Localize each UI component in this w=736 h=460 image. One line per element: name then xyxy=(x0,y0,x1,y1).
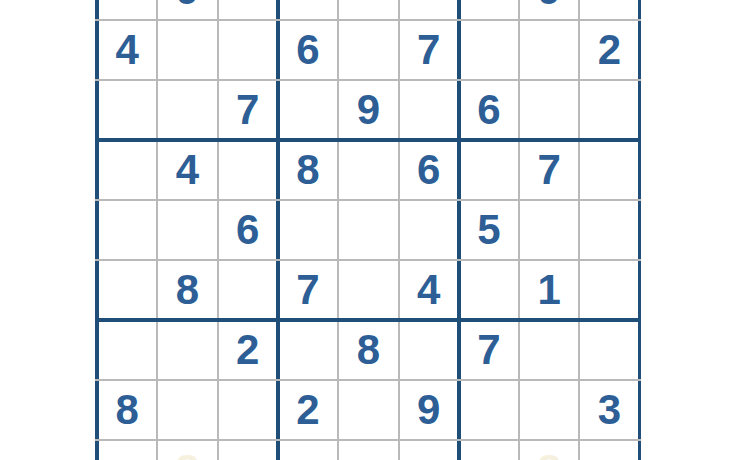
sudoku-cell-r1c8-cropped-digit[interactable]: 9 xyxy=(519,0,579,20)
sudoku-cell-r3c2[interactable] xyxy=(157,80,217,140)
sudoku-cell-r5c2[interactable] xyxy=(157,200,217,260)
sudoku-cell-r5c7[interactable]: 5 xyxy=(459,200,519,260)
sudoku-cell-r4c2[interactable]: 4 xyxy=(157,140,217,200)
sudoku-cell-r7c9[interactable] xyxy=(579,320,639,380)
sudoku-board: 9946727964867658741287829388 xyxy=(0,0,736,460)
sudoku-cell-r8c5[interactable] xyxy=(338,380,398,440)
sudoku-cell-r8c3[interactable] xyxy=(218,380,278,440)
sudoku-cell-r2c3[interactable] xyxy=(218,20,278,80)
sudoku-cell-r3c8[interactable] xyxy=(519,80,579,140)
sudoku-cell-r5c6[interactable] xyxy=(399,200,459,260)
sudoku-cell-r1c4[interactable] xyxy=(278,0,338,20)
sudoku-cell-r9c4[interactable] xyxy=(278,440,338,460)
sudoku-cell-r6c2[interactable]: 8 xyxy=(157,260,217,320)
sudoku-cell-r3c7[interactable]: 6 xyxy=(459,80,519,140)
sudoku-cell-r4c9[interactable] xyxy=(579,140,639,200)
sudoku-cell-r2c8[interactable] xyxy=(519,20,579,80)
sudoku-cell-r1c2-cropped-digit[interactable]: 9 xyxy=(157,0,217,20)
sudoku-cell-r8c1[interactable]: 8 xyxy=(97,380,157,440)
sudoku-cell-r2c4[interactable]: 6 xyxy=(278,20,338,80)
sudoku-cell-r1c3[interactable] xyxy=(218,0,278,20)
sudoku-cell-r3c5[interactable]: 9 xyxy=(338,80,398,140)
sudoku-cell-r6c4[interactable]: 7 xyxy=(278,260,338,320)
sudoku-cell-r7c3[interactable]: 2 xyxy=(218,320,278,380)
sudoku-cell-r6c8[interactable]: 1 xyxy=(519,260,579,320)
sudoku-cell-r1c9[interactable] xyxy=(579,0,639,20)
sudoku-cell-r3c1[interactable] xyxy=(97,80,157,140)
sudoku-cell-r3c6[interactable] xyxy=(399,80,459,140)
sudoku-cell-r8c9[interactable]: 3 xyxy=(579,380,639,440)
sudoku-cell-r7c6[interactable] xyxy=(399,320,459,380)
sudoku-cell-r8c2[interactable] xyxy=(157,380,217,440)
sudoku-cell-r2c1[interactable]: 4 xyxy=(97,20,157,80)
sudoku-cell-r4c5[interactable] xyxy=(338,140,398,200)
sudoku-cell-r6c6[interactable]: 4 xyxy=(399,260,459,320)
sudoku-cell-r8c7[interactable] xyxy=(459,380,519,440)
sudoku-cell-r7c8[interactable] xyxy=(519,320,579,380)
sudoku-cell-r1c5[interactable] xyxy=(338,0,398,20)
sudoku-cell-r6c7[interactable] xyxy=(459,260,519,320)
sudoku-cell-r4c3[interactable] xyxy=(218,140,278,200)
sudoku-cell-r5c5[interactable] xyxy=(338,200,398,260)
sudoku-cell-r8c8[interactable] xyxy=(519,380,579,440)
sudoku-cell-r7c7[interactable]: 7 xyxy=(459,320,519,380)
sudoku-cell-r9c5[interactable] xyxy=(338,440,398,460)
sudoku-cell-r2c5[interactable] xyxy=(338,20,398,80)
sudoku-cell-r7c5[interactable]: 8 xyxy=(338,320,398,380)
sudoku-cell-r4c7[interactable] xyxy=(459,140,519,200)
sudoku-cell-r9c9[interactable] xyxy=(579,440,639,460)
sudoku-cell-r1c6[interactable] xyxy=(399,0,459,20)
sudoku-cell-r5c8[interactable] xyxy=(519,200,579,260)
sudoku-cell-r2c7[interactable] xyxy=(459,20,519,80)
sudoku-cell-r6c5[interactable] xyxy=(338,260,398,320)
sudoku-cell-r4c6[interactable]: 6 xyxy=(399,140,459,200)
sudoku-cell-r5c1[interactable] xyxy=(97,200,157,260)
sudoku-cell-r6c1[interactable] xyxy=(97,260,157,320)
sudoku-cell-r6c3[interactable] xyxy=(218,260,278,320)
sudoku-cell-r1c7[interactable] xyxy=(459,0,519,20)
sudoku-cell-r9c2-cropped-digit[interactable]: 8 xyxy=(157,440,217,460)
sudoku-cell-r9c8-cropped-digit[interactable]: 8 xyxy=(519,440,579,460)
sudoku-cell-r9c1[interactable] xyxy=(97,440,157,460)
sudoku-cell-r6c9[interactable] xyxy=(579,260,639,320)
sudoku-cell-r7c1[interactable] xyxy=(97,320,157,380)
sudoku-cell-r4c8[interactable]: 7 xyxy=(519,140,579,200)
sudoku-cell-r2c6[interactable]: 7 xyxy=(399,20,459,80)
sudoku-cell-r7c4[interactable] xyxy=(278,320,338,380)
sudoku-cell-r4c4[interactable]: 8 xyxy=(278,140,338,200)
sudoku-cell-r3c3[interactable]: 7 xyxy=(218,80,278,140)
sudoku-cell-r8c6[interactable]: 9 xyxy=(399,380,459,440)
sudoku-cell-r8c4[interactable]: 2 xyxy=(278,380,338,440)
sudoku-cell-r1c1[interactable] xyxy=(97,0,157,20)
sudoku-cell-r5c3[interactable]: 6 xyxy=(218,200,278,260)
sudoku-cell-r9c6[interactable] xyxy=(399,440,459,460)
sudoku-cell-r9c3[interactable] xyxy=(218,440,278,460)
sudoku-cell-r5c4[interactable] xyxy=(278,200,338,260)
sudoku-cell-r4c1[interactable] xyxy=(97,140,157,200)
sudoku-cell-r3c9[interactable] xyxy=(579,80,639,140)
sudoku-cell-r3c4[interactable] xyxy=(278,80,338,140)
sudoku-cell-r7c2[interactable] xyxy=(157,320,217,380)
sudoku-cell-r5c9[interactable] xyxy=(579,200,639,260)
sudoku-cell-r2c9[interactable]: 2 xyxy=(579,20,639,80)
sudoku-cell-r2c2[interactable] xyxy=(157,20,217,80)
sudoku-cell-r9c7[interactable] xyxy=(459,440,519,460)
